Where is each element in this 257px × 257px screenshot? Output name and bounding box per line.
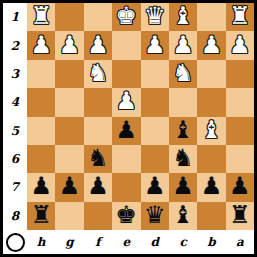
square-d7[interactable]: ♟ [141,173,169,201]
square-c8[interactable]: ♝ [169,202,197,230]
file-label-b: b [197,230,225,254]
black-knight: ♞ [87,146,109,170]
square-f2[interactable]: ♟ [84,31,112,59]
square-d3[interactable] [141,60,169,88]
square-h6[interactable] [27,145,55,173]
square-g1[interactable] [55,3,83,31]
square-g2[interactable]: ♟ [55,31,83,59]
square-a8[interactable]: ♜ [226,202,254,230]
square-g5[interactable] [55,117,83,145]
square-b4[interactable] [197,88,225,116]
square-g8[interactable] [55,202,83,230]
square-h2[interactable]: ♟ [27,31,55,59]
white-king: ♚ [116,4,138,28]
square-g4[interactable] [55,88,83,116]
file-label-g: g [55,230,83,254]
black-queen: ♛ [144,203,166,227]
rank-label-4: 4 [3,88,27,116]
square-e8[interactable]: ♚ [112,202,140,230]
square-d1[interactable]: ♛ [141,3,169,31]
square-d4[interactable] [141,88,169,116]
square-h1[interactable]: ♜ [27,3,55,31]
square-b5[interactable]: ♝ [197,117,225,145]
square-e3[interactable] [112,60,140,88]
black-knight: ♞ [172,146,194,170]
square-a3[interactable] [226,60,254,88]
white-pawn: ♟ [59,33,81,57]
square-c6[interactable]: ♞ [169,145,197,173]
square-c7[interactable]: ♟ [169,173,197,201]
square-d8[interactable]: ♛ [141,202,169,230]
rank-labels: 12345678 [3,3,27,230]
square-f7[interactable]: ♟ [84,173,112,201]
rank-label-3: 3 [3,60,27,88]
square-a6[interactable] [226,145,254,173]
black-rook: ♜ [229,203,251,227]
square-f4[interactable] [84,88,112,116]
square-d5[interactable] [141,117,169,145]
rank-label-5: 5 [3,117,27,145]
white-pawn: ♟ [116,89,138,113]
square-a2[interactable]: ♟ [226,31,254,59]
square-g3[interactable] [55,60,83,88]
white-rook: ♜ [30,4,52,28]
square-h3[interactable] [27,60,55,88]
white-knight: ♞ [172,61,194,85]
black-bishop: ♝ [172,118,194,142]
black-pawn: ♟ [116,118,138,142]
rank-label-6: 6 [3,145,27,173]
rank-label-7: 7 [3,173,27,201]
white-bishop: ♝ [201,118,223,142]
square-e1[interactable]: ♚ [112,3,140,31]
square-b6[interactable] [197,145,225,173]
square-b3[interactable] [197,60,225,88]
white-pawn: ♟ [30,33,52,57]
black-pawn: ♟ [172,174,194,198]
square-e7[interactable] [112,173,140,201]
black-bishop: ♝ [172,203,194,227]
white-pawn: ♟ [144,33,166,57]
square-b2[interactable]: ♟ [197,31,225,59]
square-h7[interactable]: ♟ [27,173,55,201]
square-b1[interactable] [197,3,225,31]
square-f8[interactable] [84,202,112,230]
square-f3[interactable]: ♞ [84,60,112,88]
square-f5[interactable] [84,117,112,145]
square-g7[interactable]: ♟ [55,173,83,201]
square-h4[interactable] [27,88,55,116]
square-a4[interactable] [226,88,254,116]
rank-label-2: 2 [3,31,27,59]
black-rook: ♜ [30,203,52,227]
file-label-f: f [84,230,112,254]
square-e6[interactable] [112,145,140,173]
square-f6[interactable]: ♞ [84,145,112,173]
black-pawn: ♟ [229,174,251,198]
square-f1[interactable] [84,3,112,31]
file-label-h: h [27,230,55,254]
square-b8[interactable] [197,202,225,230]
square-e2[interactable] [112,31,140,59]
square-h5[interactable] [27,117,55,145]
rank-label-1: 1 [3,3,27,31]
white-pawn: ♟ [201,33,223,57]
square-e5[interactable]: ♟ [112,117,140,145]
square-g6[interactable] [55,145,83,173]
square-d2[interactable]: ♟ [141,31,169,59]
square-d6[interactable] [141,145,169,173]
white-to-move-indicator [6,233,25,252]
square-c2[interactable]: ♟ [169,31,197,59]
black-king: ♚ [116,203,138,227]
square-c5[interactable]: ♝ [169,117,197,145]
square-c3[interactable]: ♞ [169,60,197,88]
black-pawn: ♟ [144,174,166,198]
white-knight: ♞ [87,61,109,85]
file-label-d: d [141,230,169,254]
black-pawn: ♟ [59,174,81,198]
white-pawn: ♟ [229,33,251,57]
chess-diagram: 12345678 ♜♚♛♝♜♟♟♟♟♟♟♟♞♞♟♟♝♝♞♞♟♟♟♟♟♟♟♜♚♛♝… [0,0,257,257]
black-pawn: ♟ [201,174,223,198]
black-pawn: ♟ [30,174,52,198]
square-b7[interactable]: ♟ [197,173,225,201]
chess-board: ♜♚♛♝♜♟♟♟♟♟♟♟♞♞♟♟♝♝♞♞♟♟♟♟♟♟♟♜♚♛♝♜ [27,3,254,230]
white-bishop: ♝ [172,4,194,28]
square-c4[interactable] [169,88,197,116]
square-a1[interactable]: ♜ [226,3,254,31]
white-queen: ♛ [144,4,166,28]
rank-label-8: 8 [3,202,27,230]
square-a7[interactable]: ♟ [226,173,254,201]
white-pawn: ♟ [172,33,194,57]
file-label-e: e [112,230,140,254]
square-c1[interactable]: ♝ [169,3,197,31]
white-rook: ♜ [229,4,251,28]
file-labels: hgfedcba [27,230,254,254]
square-a5[interactable] [226,117,254,145]
file-label-c: c [169,230,197,254]
square-h8[interactable]: ♜ [27,202,55,230]
square-e4[interactable]: ♟ [112,88,140,116]
black-pawn: ♟ [87,174,109,198]
file-label-a: a [226,230,254,254]
white-pawn: ♟ [87,33,109,57]
